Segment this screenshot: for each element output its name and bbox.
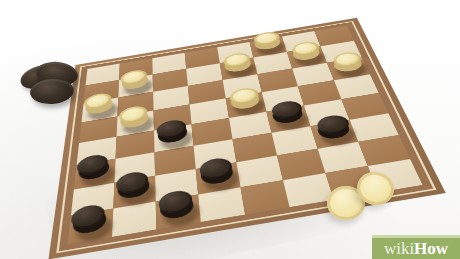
- square-b8[interactable]: [112, 202, 156, 237]
- piece-shadow: [226, 61, 257, 80]
- square-a3[interactable]: [81, 98, 118, 123]
- piece-top: [291, 40, 322, 57]
- light-checker-b4[interactable]: [121, 113, 149, 133]
- light-checker-g2[interactable]: [292, 49, 323, 66]
- piece-shadow: [334, 60, 369, 79]
- square-g2[interactable]: [287, 46, 327, 68]
- board-frame: [48, 18, 445, 259]
- light-checker-f1[interactable]: [254, 39, 282, 55]
- square-d3[interactable]: [188, 80, 226, 104]
- piece-side: [224, 56, 253, 73]
- wikihow-watermark: wikiHow: [372, 235, 460, 259]
- square-d1[interactable]: [185, 47, 220, 68]
- piece-side: [291, 45, 322, 62]
- square-e1[interactable]: [217, 42, 253, 63]
- square-b3[interactable]: [117, 92, 153, 117]
- light-checker-e2[interactable]: [224, 60, 253, 77]
- square-d8[interactable]: [198, 187, 245, 222]
- piece-shadow: [256, 40, 287, 57]
- piece-top: [120, 69, 147, 87]
- piece-top: [253, 30, 282, 46]
- square-b2[interactable]: [118, 74, 153, 97]
- piece-top: [229, 86, 260, 105]
- piece-shadow: [88, 101, 118, 121]
- square-h2[interactable]: [321, 41, 362, 63]
- piece-side: [332, 55, 365, 73]
- piece-top: [83, 92, 111, 111]
- square-b1[interactable]: [119, 58, 153, 80]
- square-e3[interactable]: [223, 74, 262, 98]
- checkers-board: [37, 0, 422, 259]
- square-a1[interactable]: [86, 64, 120, 86]
- piece-shadow: [124, 78, 152, 97]
- light-checker-h3[interactable]: [332, 60, 365, 78]
- light-checker-e4[interactable]: [230, 95, 261, 115]
- board-grid: [68, 26, 423, 245]
- photo-scene: wikiHow: [0, 0, 460, 259]
- square-f2[interactable]: [253, 52, 292, 74]
- square-c1[interactable]: [152, 53, 186, 75]
- square-a2[interactable]: [84, 80, 120, 103]
- piece-shadow: [294, 50, 327, 68]
- piece-side: [253, 35, 282, 51]
- light-checker-a3[interactable]: [86, 100, 114, 119]
- piece-top: [331, 51, 364, 69]
- square-d2[interactable]: [186, 63, 222, 86]
- square-c2[interactable]: [153, 69, 188, 92]
- square-f3[interactable]: [257, 68, 297, 92]
- square-e8[interactable]: [241, 180, 290, 214]
- square-c3[interactable]: [153, 86, 190, 110]
- square-h1[interactable]: [314, 26, 354, 47]
- wikihow-how-text: How: [414, 240, 448, 257]
- piece-side: [85, 97, 113, 116]
- piece-side: [122, 73, 149, 91]
- piece-top: [119, 105, 148, 125]
- dark-checker-c8[interactable]: [161, 198, 195, 225]
- square-g1[interactable]: [282, 31, 320, 52]
- square-h3[interactable]: [327, 57, 370, 80]
- square-g3[interactable]: [292, 63, 334, 87]
- square-e2[interactable]: [220, 58, 258, 81]
- piece-side: [120, 109, 149, 129]
- square-f1[interactable]: [250, 36, 287, 57]
- piece-side: [230, 91, 261, 111]
- board-inlay-line: [56, 21, 436, 253]
- piece-top: [223, 52, 252, 69]
- wikihow-wiki-text: wiki: [384, 240, 414, 257]
- light-checker-b2[interactable]: [123, 77, 149, 95]
